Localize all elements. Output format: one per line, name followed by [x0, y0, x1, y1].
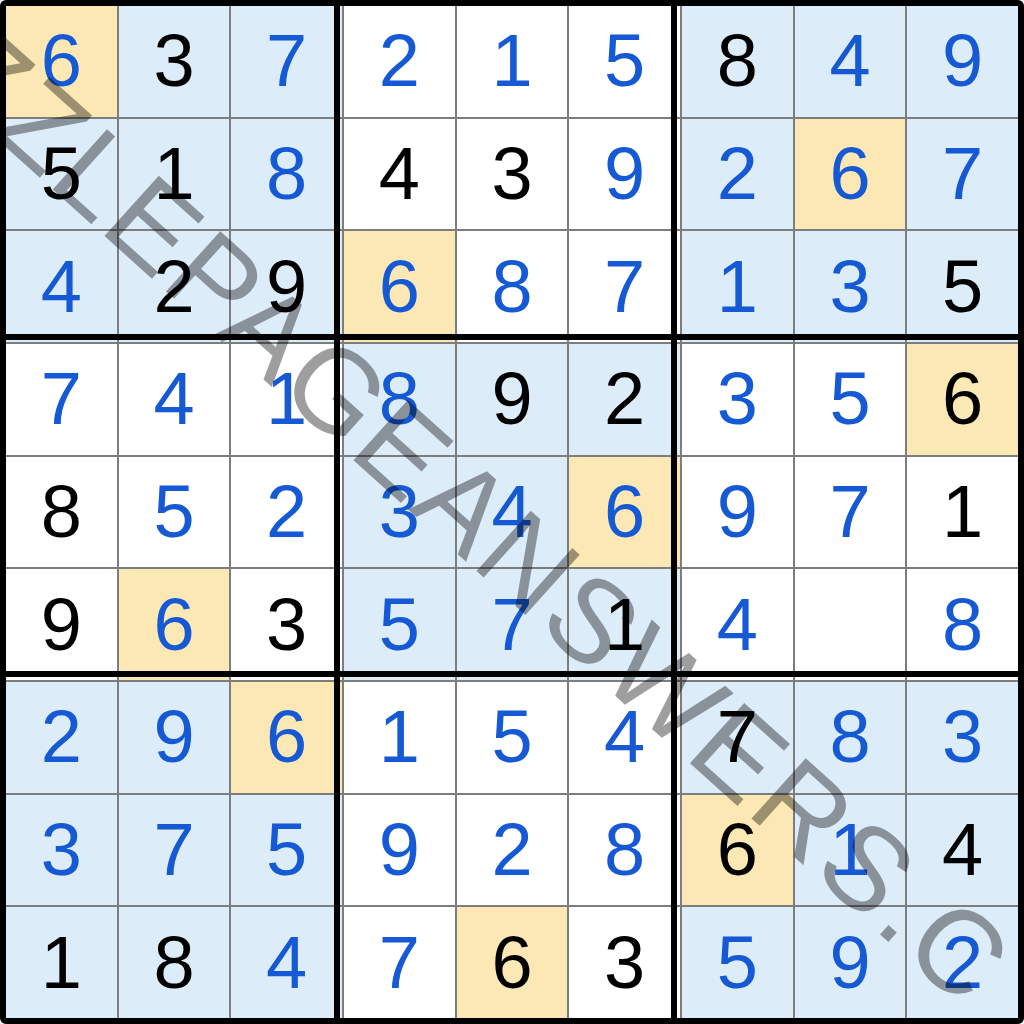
cell-r4c3: 1 — [231, 344, 342, 455]
cell-r4c7: 3 — [682, 344, 793, 455]
cell-r8c1: 3 — [6, 795, 117, 906]
cell-r1c7: 8 — [682, 6, 793, 117]
cell-r3c2: 2 — [119, 231, 230, 342]
cell-r7c1: 2 — [6, 682, 117, 793]
cell-r2c5: 3 — [457, 119, 568, 230]
cell-r7c3: 6 — [231, 682, 342, 793]
cell-r9c3: 4 — [231, 907, 342, 1018]
cell-r6c1: 9 — [6, 569, 117, 680]
cell-r7c5: 5 — [457, 682, 568, 793]
cell-r1c9: 9 — [907, 6, 1018, 117]
box-divider-vertical-2 — [671, 0, 677, 1024]
cell-r1c1: 6 — [6, 6, 117, 117]
cell-r2c8: 6 — [795, 119, 906, 230]
cell-r6c6: 1 — [569, 569, 680, 680]
cell-r9c7: 5 — [682, 907, 793, 1018]
cell-r3c8: 3 — [795, 231, 906, 342]
cell-r4c1: 7 — [6, 344, 117, 455]
sudoku-answer-image: 6372158495184392674296871357418923568523… — [0, 0, 1024, 1024]
cell-r1c6: 5 — [569, 6, 680, 117]
cell-r9c9: 2 — [907, 907, 1018, 1018]
cell-r5c9: 1 — [907, 457, 1018, 568]
cell-r3c4: 6 — [344, 231, 455, 342]
cell-r4c6: 2 — [569, 344, 680, 455]
cell-r9c1: 1 — [6, 907, 117, 1018]
cell-r5c3: 2 — [231, 457, 342, 568]
cell-r5c8: 7 — [795, 457, 906, 568]
cell-r2c4: 4 — [344, 119, 455, 230]
cell-r2c9: 7 — [907, 119, 1018, 230]
cell-r5c4: 3 — [344, 457, 455, 568]
cell-r8c6: 8 — [569, 795, 680, 906]
cell-r7c2: 9 — [119, 682, 230, 793]
cell-r2c7: 2 — [682, 119, 793, 230]
cell-r8c5: 2 — [457, 795, 568, 906]
cell-r1c4: 2 — [344, 6, 455, 117]
cell-r2c6: 9 — [569, 119, 680, 230]
cell-r8c4: 9 — [344, 795, 455, 906]
cell-r4c9: 6 — [907, 344, 1018, 455]
cell-r6c7: 4 — [682, 569, 793, 680]
cell-r3c1: 4 — [6, 231, 117, 342]
cell-r9c5: 6 — [457, 907, 568, 1018]
cell-r3c9: 5 — [907, 231, 1018, 342]
cell-r5c1: 8 — [6, 457, 117, 568]
cell-r8c7: 6 — [682, 795, 793, 906]
cell-r5c5: 4 — [457, 457, 568, 568]
cell-r7c9: 3 — [907, 682, 1018, 793]
cell-r9c2: 8 — [119, 907, 230, 1018]
cell-r7c7: 7 — [682, 682, 793, 793]
sudoku-board: 6372158495184392674296871357418923568523… — [0, 0, 1024, 1024]
cell-r7c4: 1 — [344, 682, 455, 793]
box-divider-horizontal-1 — [0, 334, 1024, 340]
cell-r6c3: 3 — [231, 569, 342, 680]
box-divider-vertical-1 — [334, 0, 340, 1024]
box-divider-horizontal-2 — [0, 671, 1024, 677]
cell-r6c9: 8 — [907, 569, 1018, 680]
cell-r1c3: 7 — [231, 6, 342, 117]
cell-r7c6: 4 — [569, 682, 680, 793]
cell-r3c3: 9 — [231, 231, 342, 342]
cell-r1c5: 1 — [457, 6, 568, 117]
cell-r4c5: 9 — [457, 344, 568, 455]
cell-r9c6: 3 — [569, 907, 680, 1018]
cell-r4c8: 5 — [795, 344, 906, 455]
cell-r8c3: 5 — [231, 795, 342, 906]
cell-r5c6: 6 — [569, 457, 680, 568]
cell-r9c4: 7 — [344, 907, 455, 1018]
cell-r4c4: 8 — [344, 344, 455, 455]
cell-r3c5: 8 — [457, 231, 568, 342]
cell-r8c9: 4 — [907, 795, 1018, 906]
cell-r2c2: 1 — [119, 119, 230, 230]
cell-r5c2: 5 — [119, 457, 230, 568]
cell-r3c6: 7 — [569, 231, 680, 342]
cell-r6c2: 6 — [119, 569, 230, 680]
cell-r6c8 — [795, 569, 906, 680]
cell-r1c8: 4 — [795, 6, 906, 117]
cell-r6c5: 7 — [457, 569, 568, 680]
cell-r9c8: 9 — [795, 907, 906, 1018]
cell-r4c2: 4 — [119, 344, 230, 455]
cell-r7c8: 8 — [795, 682, 906, 793]
cell-r8c8: 1 — [795, 795, 906, 906]
cell-r5c7: 9 — [682, 457, 793, 568]
cell-r1c2: 3 — [119, 6, 230, 117]
cell-r2c3: 8 — [231, 119, 342, 230]
cell-r3c7: 1 — [682, 231, 793, 342]
cell-r2c1: 5 — [6, 119, 117, 230]
cell-r8c2: 7 — [119, 795, 230, 906]
cell-r6c4: 5 — [344, 569, 455, 680]
